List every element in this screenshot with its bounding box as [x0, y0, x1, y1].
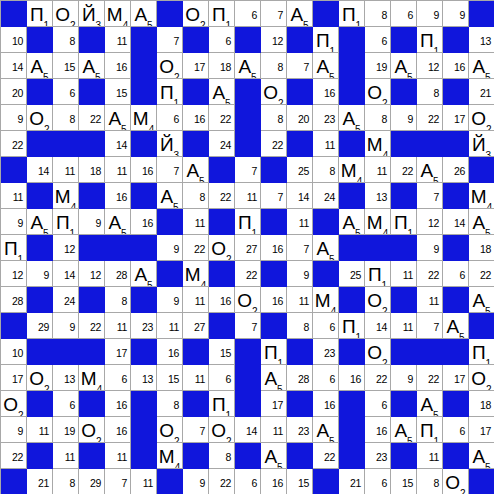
code-cell[interactable]: 6 — [365, 391, 391, 417]
given-letter-cell[interactable]: А5 — [209, 79, 235, 105]
blocked-cell — [339, 287, 365, 313]
code-cell[interactable]: 16 — [313, 79, 339, 105]
cell-code-number: 9 — [407, 370, 416, 385]
given-letter-cell[interactable]: А5 — [469, 287, 494, 313]
given-letter-cell[interactable]: О2 — [27, 365, 53, 391]
given-letter-cell[interactable]: А5 — [27, 209, 53, 235]
code-cell[interactable]: 22 — [79, 105, 105, 131]
cell-code-number: 6 — [459, 266, 468, 281]
code-cell[interactable]: 14 — [27, 157, 53, 183]
given-letter-cell[interactable]: О2 — [27, 105, 53, 131]
code-cell[interactable]: 7 — [235, 313, 261, 339]
code-cell[interactable]: 6 — [365, 469, 391, 494]
code-cell[interactable]: 6 — [209, 365, 235, 391]
code-cell[interactable]: 22 — [417, 261, 443, 287]
given-letter-glyph: О2 — [55, 3, 75, 24]
code-cell[interactable]: 16 — [105, 417, 131, 443]
given-letter-cell[interactable]: О2 — [209, 235, 235, 261]
given-letter-cell[interactable]: О2 — [235, 287, 261, 313]
code-cell[interactable]: 22 — [209, 469, 235, 494]
code-cell[interactable]: 14 — [287, 183, 313, 209]
code-cell[interactable]: 12 — [417, 53, 443, 79]
code-cell[interactable]: 11 — [391, 313, 417, 339]
code-cell[interactable]: 14 — [105, 131, 131, 157]
code-cell[interactable]: 9 — [183, 469, 209, 494]
cell-code-number: 11 — [299, 292, 312, 307]
code-cell[interactable]: 15 — [105, 79, 131, 105]
code-cell[interactable]: 6 — [105, 365, 131, 391]
given-letter-cell[interactable]: П1 — [339, 313, 365, 339]
code-cell[interactable]: 11 — [105, 27, 131, 53]
code-cell[interactable]: 18 — [469, 391, 494, 417]
code-cell[interactable]: 23 — [131, 313, 157, 339]
code-cell[interactable]: 8 — [365, 1, 391, 27]
given-letter-cell[interactable]: О2 — [209, 417, 235, 443]
code-cell[interactable]: 9 — [1, 417, 27, 443]
given-letter-cell[interactable]: О2 — [1, 391, 27, 417]
code-cell[interactable]: 15 — [157, 365, 183, 391]
code-cell[interactable]: 11 — [105, 443, 131, 469]
given-letter-cell[interactable]: Й3 — [79, 1, 105, 27]
code-cell[interactable]: 17 — [443, 105, 469, 131]
cell-code-number: 8 — [433, 84, 442, 99]
blocked-cell — [27, 339, 53, 365]
given-letter-cell[interactable]: М4 — [469, 183, 494, 209]
code-cell[interactable]: 6 — [157, 105, 183, 131]
code-cell[interactable]: 17 — [261, 391, 287, 417]
cell-code-number: 17 — [12, 370, 26, 385]
given-letter-cell[interactable]: А5 — [417, 157, 443, 183]
code-cell[interactable]: 7 — [287, 53, 313, 79]
given-letter-cell[interactable]: А5 — [443, 313, 469, 339]
cell-code-number: 16 — [142, 214, 156, 229]
code-cell[interactable]: 20 — [1, 79, 27, 105]
given-letter-cell[interactable]: М4 — [313, 287, 339, 313]
code-cell[interactable]: 6 — [235, 469, 261, 494]
code-cell[interactable]: 7 — [183, 417, 209, 443]
code-cell[interactable]: 17 — [183, 53, 209, 79]
code-cell[interactable]: 11 — [417, 287, 443, 313]
code-cell[interactable]: 11 — [417, 443, 443, 469]
given-letter-cell[interactable]: О2 — [261, 79, 287, 105]
code-cell[interactable]: 17 — [443, 365, 469, 391]
given-letter-cell[interactable]: О2 — [443, 469, 469, 494]
code-cell[interactable]: 22 — [417, 105, 443, 131]
code-cell[interactable]: 18 — [469, 235, 494, 261]
code-cell[interactable]: 11 — [235, 183, 261, 209]
code-cell[interactable]: 11 — [183, 365, 209, 391]
given-letter-cell[interactable]: П1 — [261, 339, 287, 365]
blocked-cell — [53, 131, 79, 157]
given-letter-cell[interactable]: П1 — [417, 417, 443, 443]
code-cell[interactable]: 23 — [313, 105, 339, 131]
code-cell[interactable]: 6 — [365, 27, 391, 53]
given-letter-cell[interactable]: О2 — [183, 1, 209, 27]
code-cell[interactable]: 21 — [469, 79, 494, 105]
given-letter-cell[interactable]: А5 — [79, 53, 105, 79]
code-cell[interactable]: 8 — [313, 157, 339, 183]
given-letter-cell[interactable]: П1 — [313, 27, 339, 53]
given-letter-cell[interactable]: П1 — [209, 391, 235, 417]
code-cell[interactable]: 6 — [443, 417, 469, 443]
code-cell[interactable]: 11 — [157, 313, 183, 339]
code-cell[interactable]: 8 — [157, 391, 183, 417]
blocked-cell — [391, 391, 417, 417]
given-letter-cell[interactable]: М4 — [53, 183, 79, 209]
code-cell[interactable]: 18 — [79, 157, 105, 183]
code-cell[interactable]: 11 — [391, 261, 417, 287]
blocked-cell — [391, 235, 417, 261]
code-cell[interactable]: 14 — [365, 313, 391, 339]
code-cell[interactable]: 22 — [313, 443, 339, 469]
given-letter-cell[interactable]: П1 — [391, 209, 417, 235]
blocked-cell — [287, 339, 313, 365]
code-cell[interactable]: 7 — [261, 183, 287, 209]
code-cell[interactable]: 9 — [1, 209, 27, 235]
given-letter-cell[interactable]: А5 — [105, 209, 131, 235]
code-cell[interactable]: 19 — [53, 417, 79, 443]
code-cell[interactable]: 23 — [313, 339, 339, 365]
code-cell[interactable]: 25 — [339, 261, 365, 287]
code-cell[interactable]: 8 — [417, 79, 443, 105]
code-cell[interactable]: 11 — [131, 469, 157, 494]
code-cell[interactable]: 12 — [417, 209, 443, 235]
cell-code-number: 26 — [454, 162, 468, 177]
code-cell[interactable]: 6 — [313, 365, 339, 391]
code-cell[interactable]: 11 — [365, 157, 391, 183]
code-cell[interactable]: 9 — [287, 261, 313, 287]
code-cell[interactable]: 7 — [417, 313, 443, 339]
code-cell[interactable]: 23 — [365, 443, 391, 469]
code-cell[interactable]: 8 — [365, 105, 391, 131]
code-cell[interactable]: 22 — [1, 443, 27, 469]
given-letter-cell[interactable]: П1 — [469, 339, 494, 365]
given-letter-cell[interactable]: О2 — [157, 53, 183, 79]
given-letter-cell[interactable]: О2 — [365, 287, 391, 313]
cell-code-number: 11 — [195, 370, 208, 385]
code-cell[interactable]: 27 — [183, 313, 209, 339]
code-cell[interactable]: 7 — [261, 1, 287, 27]
code-cell[interactable]: 11 — [53, 157, 79, 183]
code-cell[interactable]: 15 — [391, 469, 417, 494]
given-letter-glyph: Й3 — [160, 133, 179, 154]
cell-code-number: 22 — [428, 370, 442, 385]
given-letter-cell[interactable]: О2 — [469, 365, 494, 391]
code-cell[interactable]: 6 — [391, 1, 417, 27]
given-letter-cell[interactable]: М4 — [365, 209, 391, 235]
codeword-board: П1О2Й3М4А5О2П167А5П18699108117612П16П113… — [0, 0, 494, 494]
code-cell[interactable]: 9 — [391, 365, 417, 391]
given-letter-cell[interactable]: А5 — [339, 209, 365, 235]
given-letter-cell[interactable]: О2 — [469, 105, 494, 131]
code-cell[interactable]: 9 — [157, 287, 183, 313]
given-letter-cell[interactable]: А5 — [339, 105, 365, 131]
code-cell[interactable]: 11 — [1, 183, 27, 209]
code-cell[interactable]: 12 — [261, 27, 287, 53]
given-letter-cell[interactable]: М4 — [79, 365, 105, 391]
given-letter-cell[interactable]: А5 — [27, 53, 53, 79]
given-letter-cell[interactable]: А5 — [287, 1, 313, 27]
given-letter-cell[interactable]: А5 — [313, 53, 339, 79]
code-cell[interactable]: 22 — [209, 183, 235, 209]
code-cell[interactable]: 28 — [105, 261, 131, 287]
code-cell[interactable]: 21 — [339, 469, 365, 494]
code-cell[interactable]: 7 — [157, 27, 183, 53]
given-letter-cell[interactable]: А5 — [131, 261, 157, 287]
code-cell[interactable]: 8 — [261, 53, 287, 79]
given-letter-cell[interactable]: П1 — [417, 27, 443, 53]
code-cell[interactable]: 14 — [53, 261, 79, 287]
given-letter-cell[interactable]: Й3 — [157, 131, 183, 157]
code-cell[interactable]: 11 — [287, 287, 313, 313]
given-letter-cell[interactable]: М4 — [339, 157, 365, 183]
code-cell[interactable]: 16 — [131, 157, 157, 183]
code-cell[interactable]: 16 — [313, 391, 339, 417]
code-cell[interactable]: 7 — [157, 157, 183, 183]
code-cell[interactable]: 14 — [443, 209, 469, 235]
cell-code-number: 11 — [273, 422, 286, 437]
code-cell[interactable]: 16 — [339, 365, 365, 391]
given-letter-cell[interactable]: М4 — [131, 105, 157, 131]
blocked-cell — [157, 209, 183, 235]
code-cell[interactable]: 22 — [235, 261, 261, 287]
code-cell[interactable]: 8 — [105, 287, 131, 313]
code-cell[interactable]: 8 — [287, 313, 313, 339]
code-cell[interactable]: 15 — [209, 339, 235, 365]
code-cell[interactable]: 11 — [183, 287, 209, 313]
code-cell[interactable]: 6 — [209, 27, 235, 53]
code-cell[interactable]: 24 — [53, 287, 79, 313]
given-letter-cell[interactable]: О2 — [365, 339, 391, 365]
given-letter-cell[interactable]: А5 — [469, 209, 494, 235]
code-cell[interactable]: 22 — [79, 313, 105, 339]
given-letter-cell[interactable]: О2 — [53, 1, 79, 27]
given-letter-cell[interactable]: О2 — [157, 417, 183, 443]
given-letter-cell[interactable]: А5 — [157, 183, 183, 209]
code-cell[interactable]: 29 — [79, 469, 105, 494]
code-cell[interactable]: 9 — [79, 209, 105, 235]
code-cell[interactable]: 10 — [1, 27, 27, 53]
given-letter-cell[interactable]: П1 — [53, 209, 79, 235]
cell-code-number: 22 — [428, 110, 442, 125]
code-cell[interactable]: 7 — [235, 157, 261, 183]
code-cell[interactable]: 23 — [287, 417, 313, 443]
given-letter-cell[interactable]: П1 — [1, 235, 27, 261]
code-cell[interactable]: 12 — [53, 235, 79, 261]
code-cell[interactable]: 28 — [287, 365, 313, 391]
given-letter-cell[interactable]: А5 — [417, 391, 443, 417]
code-cell[interactable]: 6 — [313, 313, 339, 339]
code-cell[interactable]: 26 — [443, 157, 469, 183]
code-cell[interactable]: 16 — [183, 105, 209, 131]
code-cell[interactable]: 22 — [417, 365, 443, 391]
code-cell[interactable]: 27 — [235, 235, 261, 261]
cell-code-number: 6 — [69, 396, 78, 411]
code-cell[interactable]: 6 — [443, 261, 469, 287]
given-letter-glyph: Й3 — [472, 133, 491, 154]
code-cell[interactable]: 13 — [365, 183, 391, 209]
code-cell[interactable]: 22 — [391, 157, 417, 183]
code-cell[interactable]: 25 — [287, 157, 313, 183]
code-cell[interactable]: 8 — [417, 469, 443, 494]
code-cell[interactable]: 6 — [235, 1, 261, 27]
given-letter-cell[interactable]: П1 — [339, 1, 365, 27]
code-cell[interactable]: 9 — [53, 313, 79, 339]
blocked-cell — [287, 443, 313, 469]
blocked-cell — [235, 339, 261, 365]
code-cell[interactable]: 13 — [131, 365, 157, 391]
code-cell[interactable]: 20 — [287, 105, 313, 131]
code-cell[interactable]: 21 — [27, 469, 53, 494]
code-cell[interactable]: 9 — [391, 105, 417, 131]
given-letter-cell[interactable]: А5 — [261, 443, 287, 469]
code-cell[interactable]: 11 — [105, 313, 131, 339]
cell-code-number: 25 — [350, 266, 364, 281]
given-letter-glyph: П1 — [368, 263, 387, 284]
code-cell[interactable]: 22 — [183, 235, 209, 261]
code-cell[interactable]: 11 — [27, 417, 53, 443]
code-cell[interactable]: 11 — [313, 131, 339, 157]
given-letter-cell[interactable]: А5 — [183, 157, 209, 183]
code-cell[interactable]: 8 — [209, 443, 235, 469]
code-cell[interactable]: 16 — [157, 339, 183, 365]
given-letter-glyph: О2 — [367, 289, 387, 310]
cell-code-number: 12 — [428, 214, 442, 229]
given-letter-cell[interactable]: Й3 — [469, 131, 494, 157]
cell-code-number: 22 — [480, 266, 494, 281]
code-cell[interactable]: 16 — [105, 53, 131, 79]
code-cell[interactable]: 8 — [261, 105, 287, 131]
given-letter-cell[interactable]: О2 — [365, 79, 391, 105]
given-letter-cell[interactable]: А5 — [469, 443, 494, 469]
code-cell[interactable]: 9 — [157, 235, 183, 261]
cell-code-number: 17 — [272, 396, 286, 411]
code-cell[interactable]: 16 — [443, 53, 469, 79]
code-cell[interactable]: 15 — [53, 53, 79, 79]
code-cell[interactable]: 8 — [53, 469, 79, 494]
code-cell[interactable]: 17 — [105, 339, 131, 365]
cell-code-number: 11 — [65, 448, 78, 463]
blocked-cell — [235, 79, 261, 105]
code-cell[interactable]: 22 — [469, 261, 494, 287]
code-cell[interactable]: 9 — [27, 261, 53, 287]
code-cell[interactable]: 10 — [1, 339, 27, 365]
code-cell[interactable]: 16 — [365, 417, 391, 443]
given-letter-cell[interactable]: А5 — [261, 365, 287, 391]
code-cell[interactable]: 8 — [53, 27, 79, 53]
code-cell[interactable]: 16 — [209, 287, 235, 313]
cell-code-number: 17 — [116, 344, 130, 359]
blocked-cell — [131, 79, 157, 105]
code-cell[interactable]: 16 — [261, 469, 287, 494]
given-letter-cell[interactable]: А5 — [105, 105, 131, 131]
cell-code-number: 11 — [299, 214, 312, 229]
given-letter-cell[interactable]: А5 — [391, 53, 417, 79]
code-cell[interactable]: 9 — [417, 1, 443, 27]
given-letter-cell[interactable]: П1 — [27, 1, 53, 27]
code-cell[interactable]: 14 — [235, 417, 261, 443]
given-letter-cell[interactable]: М4 — [157, 443, 183, 469]
code-cell[interactable]: 9 — [1, 105, 27, 131]
code-cell[interactable]: 9 — [417, 235, 443, 261]
code-cell[interactable]: 13 — [53, 365, 79, 391]
cell-code-number: 16 — [116, 422, 130, 437]
given-letter-cell[interactable]: А5 — [235, 53, 261, 79]
given-letter-glyph: М4 — [341, 159, 362, 180]
blocked-cell — [391, 183, 417, 209]
code-cell[interactable]: 7 — [105, 469, 131, 494]
code-cell[interactable]: 16 — [105, 183, 131, 209]
code-cell[interactable]: 24 — [209, 131, 235, 157]
code-cell[interactable]: 8 — [53, 105, 79, 131]
code-cell[interactable]: 8 — [183, 183, 209, 209]
code-cell[interactable]: 18 — [209, 53, 235, 79]
code-cell[interactable]: 22 — [365, 365, 391, 391]
code-cell[interactable]: 11 — [53, 443, 79, 469]
given-letter-cell[interactable]: П1 — [235, 209, 261, 235]
given-letter-cell[interactable]: П1 — [209, 1, 235, 27]
code-cell[interactable]: 6 — [53, 79, 79, 105]
given-letter-cell[interactable]: А5 — [313, 417, 339, 443]
code-cell[interactable]: 22 — [261, 131, 287, 157]
given-letter-glyph: А5 — [30, 211, 48, 232]
given-letter-cell[interactable]: М4 — [365, 131, 391, 157]
code-cell[interactable]: 14 — [1, 53, 27, 79]
code-cell[interactable]: 12 — [1, 261, 27, 287]
given-letter-cell[interactable]: М4 — [183, 261, 209, 287]
code-cell[interactable]: 16 — [261, 235, 287, 261]
cell-code-number: 17 — [454, 370, 468, 385]
code-cell[interactable]: 24 — [313, 183, 339, 209]
code-cell[interactable]: 28 — [1, 287, 27, 313]
code-cell[interactable]: 13 — [469, 27, 494, 53]
given-letter-cell[interactable]: М4 — [105, 1, 131, 27]
code-cell[interactable]: 7 — [287, 235, 313, 261]
code-cell[interactable]: 16 — [261, 287, 287, 313]
code-cell[interactable]: 6 — [53, 391, 79, 417]
given-letter-cell[interactable]: А5 — [313, 235, 339, 261]
given-letter-cell[interactable]: А5 — [391, 417, 417, 443]
given-letter-cell[interactable]: О2 — [79, 417, 105, 443]
given-letter-cell[interactable]: А5 — [469, 53, 494, 79]
code-cell[interactable]: 22 — [1, 131, 27, 157]
code-cell[interactable]: 11 — [261, 417, 287, 443]
code-cell[interactable]: 22 — [209, 105, 235, 131]
code-cell[interactable]: 11 — [105, 157, 131, 183]
given-letter-cell[interactable]: А5 — [131, 1, 157, 27]
code-cell[interactable]: 11 — [287, 209, 313, 235]
code-cell[interactable]: 9 — [443, 1, 469, 27]
blocked-cell — [27, 27, 53, 53]
given-letter-cell[interactable]: П1 — [157, 79, 183, 105]
code-cell[interactable]: 7 — [417, 183, 443, 209]
cell-code-number: 12 — [64, 240, 78, 255]
cell-code-number: 22 — [194, 240, 208, 255]
code-cell[interactable]: 17 — [1, 365, 27, 391]
code-cell[interactable]: 15 — [287, 469, 313, 494]
code-cell[interactable]: 12 — [79, 261, 105, 287]
code-cell[interactable]: 11 — [183, 209, 209, 235]
given-letter-cell[interactable]: П1 — [365, 261, 391, 287]
code-cell[interactable]: 17 — [469, 417, 494, 443]
code-cell[interactable]: 19 — [365, 53, 391, 79]
code-cell[interactable]: 16 — [105, 391, 131, 417]
cell-code-number: 16 — [142, 162, 156, 177]
cell-code-number: 9 — [43, 266, 52, 281]
code-cell[interactable]: 16 — [131, 209, 157, 235]
code-cell[interactable]: 29 — [27, 313, 53, 339]
blocked-cell — [235, 365, 261, 391]
